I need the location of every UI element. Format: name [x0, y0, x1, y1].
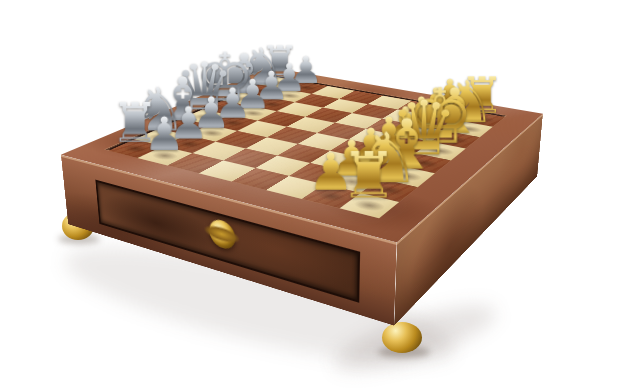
product-photo-stage: ♜♟♟♜♞♟♟♞♝♟♟♝♚♟♟♚♛♟♟♛♝♟♟♝♞♟♟♞♜♟♟♜ [0, 0, 626, 390]
chess-box: ♜♟♟♜♞♟♟♞♝♟♟♝♚♟♟♚♛♟♟♛♝♟♟♝♞♟♟♞♜♟♟♜ [61, 67, 543, 242]
3d-scene: ♜♟♟♜♞♟♟♞♝♟♟♝♚♟♟♚♛♟♟♛♝♟♟♝♞♟♟♞♜♟♟♜ [0, 0, 626, 390]
piece-black-gold-rook-a8[interactable]: ♜ [340, 147, 397, 205]
piece-white-silver-pawn-a2[interactable]: ♟ [144, 114, 185, 156]
square-a8[interactable]: ♜ [340, 193, 399, 218]
